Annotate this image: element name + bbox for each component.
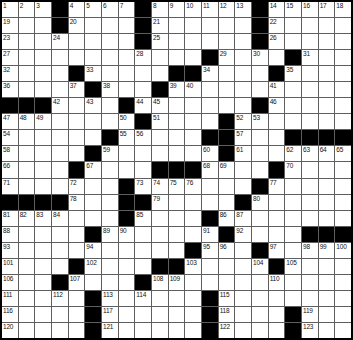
- grid-cell[interactable]: [169, 146, 185, 161]
- grid-cell[interactable]: [152, 66, 168, 81]
- grid-cell[interactable]: 98: [302, 243, 318, 258]
- grid-cell[interactable]: 16: [302, 2, 318, 17]
- grid-cell[interactable]: [252, 307, 268, 322]
- grid-cell[interactable]: [19, 18, 35, 33]
- grid-cell[interactable]: [69, 130, 85, 145]
- grid-cell[interactable]: [169, 195, 185, 210]
- grid-cell[interactable]: [52, 66, 68, 81]
- grid-cell[interactable]: [319, 195, 335, 210]
- grid-cell[interactable]: 107: [69, 275, 85, 290]
- grid-cell[interactable]: 64: [319, 146, 335, 161]
- grid-cell[interactable]: [152, 146, 168, 161]
- grid-cell[interactable]: [319, 291, 335, 306]
- grid-cell[interactable]: 72: [69, 179, 85, 194]
- grid-cell[interactable]: [335, 50, 351, 65]
- grid-cell[interactable]: [52, 227, 68, 242]
- grid-cell[interactable]: 102: [85, 259, 101, 274]
- grid-cell[interactable]: [52, 323, 68, 338]
- grid-cell[interactable]: 76: [185, 179, 201, 194]
- grid-cell[interactable]: [102, 50, 118, 65]
- grid-cell[interactable]: 21: [152, 18, 168, 33]
- grid-cell[interactable]: 11: [202, 2, 218, 17]
- grid-cell[interactable]: 52: [235, 114, 251, 129]
- grid-cell[interactable]: [35, 179, 51, 194]
- grid-cell[interactable]: 45: [152, 98, 168, 113]
- grid-cell[interactable]: 62: [285, 146, 301, 161]
- grid-cell[interactable]: [69, 211, 85, 226]
- grid-cell[interactable]: [35, 227, 51, 242]
- grid-cell[interactable]: [285, 34, 301, 49]
- grid-cell[interactable]: [135, 82, 151, 97]
- grid-cell[interactable]: 86: [219, 211, 235, 226]
- grid-cell[interactable]: [52, 82, 68, 97]
- grid-cell[interactable]: [185, 18, 201, 33]
- grid-cell[interactable]: [219, 18, 235, 33]
- grid-cell[interactable]: [135, 162, 151, 177]
- grid-cell[interactable]: 108: [152, 275, 168, 290]
- grid-cell[interactable]: [19, 82, 35, 97]
- grid-cell[interactable]: [235, 179, 251, 194]
- grid-cell[interactable]: [69, 227, 85, 242]
- grid-cell[interactable]: [202, 82, 218, 97]
- grid-cell[interactable]: [285, 179, 301, 194]
- grid-cell[interactable]: [19, 275, 35, 290]
- grid-cell[interactable]: [252, 146, 268, 161]
- grid-cell[interactable]: [102, 162, 118, 177]
- grid-cell[interactable]: 103: [185, 259, 201, 274]
- grid-cell[interactable]: [185, 98, 201, 113]
- grid-cell[interactable]: [102, 34, 118, 49]
- grid-cell[interactable]: 39: [169, 82, 185, 97]
- grid-cell[interactable]: [185, 275, 201, 290]
- grid-cell[interactable]: [285, 195, 301, 210]
- grid-cell[interactable]: 85: [135, 211, 151, 226]
- grid-cell[interactable]: [169, 243, 185, 258]
- grid-cell[interactable]: [185, 291, 201, 306]
- grid-cell[interactable]: 94: [85, 243, 101, 258]
- grid-cell[interactable]: [119, 162, 135, 177]
- grid-cell[interactable]: 8: [152, 2, 168, 17]
- grid-cell[interactable]: [19, 130, 35, 145]
- grid-cell[interactable]: 9: [169, 2, 185, 17]
- grid-cell[interactable]: [252, 66, 268, 81]
- grid-cell[interactable]: [302, 66, 318, 81]
- grid-cell[interactable]: [152, 227, 168, 242]
- grid-cell[interactable]: [85, 34, 101, 49]
- grid-cell[interactable]: [202, 18, 218, 33]
- grid-cell[interactable]: [302, 162, 318, 177]
- grid-cell[interactable]: 65: [335, 146, 351, 161]
- grid-cell[interactable]: [119, 243, 135, 258]
- grid-cell[interactable]: [119, 259, 135, 274]
- grid-cell[interactable]: 12: [219, 2, 235, 17]
- grid-cell[interactable]: [319, 211, 335, 226]
- grid-cell[interactable]: [185, 34, 201, 49]
- grid-cell[interactable]: [19, 34, 35, 49]
- grid-cell[interactable]: [235, 18, 251, 33]
- grid-cell[interactable]: [35, 34, 51, 49]
- grid-cell[interactable]: 63: [302, 146, 318, 161]
- grid-cell[interactable]: 26: [269, 34, 285, 49]
- grid-cell[interactable]: 110: [269, 275, 285, 290]
- grid-cell[interactable]: 49: [35, 114, 51, 129]
- grid-cell[interactable]: [235, 307, 251, 322]
- grid-cell[interactable]: [285, 227, 301, 242]
- grid-cell[interactable]: [319, 34, 335, 49]
- grid-cell[interactable]: [152, 243, 168, 258]
- grid-cell[interactable]: [269, 227, 285, 242]
- grid-cell[interactable]: [19, 146, 35, 161]
- grid-cell[interactable]: [102, 195, 118, 210]
- grid-cell[interactable]: 90: [119, 227, 135, 242]
- grid-cell[interactable]: 59: [102, 146, 118, 161]
- grid-cell[interactable]: [119, 82, 135, 97]
- grid-cell[interactable]: [102, 243, 118, 258]
- grid-cell[interactable]: [119, 66, 135, 81]
- grid-cell[interactable]: 123: [302, 323, 318, 338]
- grid-cell[interactable]: [19, 179, 35, 194]
- grid-cell[interactable]: 77: [269, 179, 285, 194]
- grid-cell[interactable]: [219, 98, 235, 113]
- grid-cell[interactable]: 30: [252, 50, 268, 65]
- grid-cell[interactable]: [285, 211, 301, 226]
- grid-cell[interactable]: [169, 227, 185, 242]
- grid-cell[interactable]: [102, 179, 118, 194]
- grid-cell[interactable]: 28: [135, 50, 151, 65]
- grid-cell[interactable]: [302, 259, 318, 274]
- grid-cell[interactable]: [119, 146, 135, 161]
- grid-cell[interactable]: [302, 114, 318, 129]
- grid-cell[interactable]: [202, 114, 218, 129]
- grid-cell[interactable]: [285, 18, 301, 33]
- grid-cell[interactable]: 43: [85, 98, 101, 113]
- grid-cell[interactable]: [19, 291, 35, 306]
- grid-cell[interactable]: 68: [202, 162, 218, 177]
- grid-cell[interactable]: [119, 50, 135, 65]
- grid-cell[interactable]: [19, 66, 35, 81]
- grid-cell[interactable]: [202, 259, 218, 274]
- grid-cell[interactable]: [302, 291, 318, 306]
- grid-cell[interactable]: [319, 162, 335, 177]
- grid-cell[interactable]: [52, 243, 68, 258]
- grid-cell[interactable]: [135, 323, 151, 338]
- grid-cell[interactable]: 17: [319, 2, 335, 17]
- grid-cell[interactable]: [185, 227, 201, 242]
- grid-cell[interactable]: [335, 195, 351, 210]
- grid-cell[interactable]: [202, 34, 218, 49]
- grid-cell[interactable]: [219, 179, 235, 194]
- grid-cell[interactable]: [235, 34, 251, 49]
- grid-cell[interactable]: 44: [135, 98, 151, 113]
- grid-cell[interactable]: [219, 34, 235, 49]
- grid-cell[interactable]: 53: [252, 114, 268, 129]
- grid-cell[interactable]: [85, 179, 101, 194]
- grid-cell[interactable]: [302, 98, 318, 113]
- grid-cell[interactable]: 82: [19, 211, 35, 226]
- grid-cell[interactable]: 112: [52, 291, 68, 306]
- grid-cell[interactable]: [52, 179, 68, 194]
- grid-cell[interactable]: 1: [2, 2, 18, 17]
- grid-cell[interactable]: 69: [219, 162, 235, 177]
- grid-cell[interactable]: [35, 307, 51, 322]
- grid-cell[interactable]: [219, 259, 235, 274]
- grid-cell[interactable]: [35, 18, 51, 33]
- grid-cell[interactable]: 48: [19, 114, 35, 129]
- grid-cell[interactable]: [52, 114, 68, 129]
- grid-cell[interactable]: [319, 259, 335, 274]
- grid-cell[interactable]: [152, 307, 168, 322]
- grid-cell[interactable]: [285, 291, 301, 306]
- grid-cell[interactable]: [285, 82, 301, 97]
- grid-cell[interactable]: 6: [102, 2, 118, 17]
- grid-cell[interactable]: 113: [102, 291, 118, 306]
- grid-cell[interactable]: [219, 82, 235, 97]
- grid-cell[interactable]: [335, 291, 351, 306]
- grid-cell[interactable]: [319, 18, 335, 33]
- grid-cell[interactable]: [269, 130, 285, 145]
- grid-cell[interactable]: [169, 130, 185, 145]
- grid-cell[interactable]: [252, 227, 268, 242]
- grid-cell[interactable]: [19, 162, 35, 177]
- grid-cell[interactable]: [335, 18, 351, 33]
- grid-cell[interactable]: [185, 307, 201, 322]
- grid-cell[interactable]: [35, 82, 51, 97]
- grid-cell[interactable]: [285, 98, 301, 113]
- grid-cell[interactable]: [69, 323, 85, 338]
- grid-cell[interactable]: [19, 227, 35, 242]
- grid-cell[interactable]: [152, 130, 168, 145]
- grid-cell[interactable]: 61: [235, 146, 251, 161]
- grid-cell[interactable]: [335, 162, 351, 177]
- grid-cell[interactable]: [235, 98, 251, 113]
- grid-cell[interactable]: [335, 275, 351, 290]
- grid-cell[interactable]: [285, 114, 301, 129]
- grid-cell[interactable]: [235, 259, 251, 274]
- grid-cell[interactable]: [252, 162, 268, 177]
- grid-cell[interactable]: [319, 323, 335, 338]
- grid-cell[interactable]: 75: [169, 179, 185, 194]
- grid-cell[interactable]: 38: [102, 82, 118, 97]
- grid-cell[interactable]: [119, 275, 135, 290]
- grid-cell[interactable]: 57: [235, 130, 251, 145]
- grid-cell[interactable]: [335, 98, 351, 113]
- grid-cell[interactable]: [19, 243, 35, 258]
- grid-cell[interactable]: 111: [2, 291, 18, 306]
- grid-cell[interactable]: 27: [2, 50, 18, 65]
- grid-cell[interactable]: 5: [85, 2, 101, 17]
- grid-cell[interactable]: 18: [335, 2, 351, 17]
- grid-cell[interactable]: 73: [135, 179, 151, 194]
- grid-cell[interactable]: [219, 66, 235, 81]
- grid-cell[interactable]: 34: [202, 66, 218, 81]
- grid-cell[interactable]: 7: [119, 2, 135, 17]
- grid-cell[interactable]: [169, 307, 185, 322]
- grid-cell[interactable]: 121: [102, 323, 118, 338]
- grid-cell[interactable]: [235, 162, 251, 177]
- grid-cell[interactable]: 13: [235, 2, 251, 17]
- grid-cell[interactable]: [285, 243, 301, 258]
- grid-cell[interactable]: [235, 291, 251, 306]
- grid-cell[interactable]: 109: [169, 275, 185, 290]
- grid-cell[interactable]: [102, 259, 118, 274]
- grid-cell[interactable]: [19, 259, 35, 274]
- grid-cell[interactable]: 2: [19, 2, 35, 17]
- grid-cell[interactable]: [85, 114, 101, 129]
- grid-cell[interactable]: [135, 243, 151, 258]
- grid-cell[interactable]: 23: [2, 34, 18, 49]
- grid-cell[interactable]: 25: [152, 34, 168, 49]
- grid-cell[interactable]: [135, 227, 151, 242]
- grid-cell[interactable]: [119, 34, 135, 49]
- grid-cell[interactable]: [185, 323, 201, 338]
- grid-cell[interactable]: [335, 211, 351, 226]
- grid-cell[interactable]: 3: [35, 2, 51, 17]
- grid-cell[interactable]: 120: [2, 323, 18, 338]
- grid-cell[interactable]: [35, 243, 51, 258]
- grid-cell[interactable]: [35, 130, 51, 145]
- grid-cell[interactable]: [19, 323, 35, 338]
- grid-cell[interactable]: [69, 34, 85, 49]
- grid-cell[interactable]: 97: [269, 243, 285, 258]
- grid-cell[interactable]: 87: [235, 211, 251, 226]
- grid-cell[interactable]: [319, 66, 335, 81]
- grid-cell[interactable]: 71: [2, 179, 18, 194]
- grid-cell[interactable]: [69, 114, 85, 129]
- grid-cell[interactable]: [35, 323, 51, 338]
- grid-cell[interactable]: [119, 291, 135, 306]
- grid-cell[interactable]: 96: [219, 243, 235, 258]
- grid-cell[interactable]: [302, 179, 318, 194]
- grid-cell[interactable]: [169, 34, 185, 49]
- grid-cell[interactable]: [335, 259, 351, 274]
- grid-cell[interactable]: [319, 114, 335, 129]
- grid-cell[interactable]: 50: [119, 114, 135, 129]
- grid-cell[interactable]: [269, 146, 285, 161]
- grid-cell[interactable]: [135, 146, 151, 161]
- grid-cell[interactable]: [319, 82, 335, 97]
- grid-cell[interactable]: [69, 98, 85, 113]
- grid-cell[interactable]: [52, 259, 68, 274]
- grid-cell[interactable]: [169, 18, 185, 33]
- grid-cell[interactable]: [52, 146, 68, 161]
- grid-cell[interactable]: [52, 50, 68, 65]
- grid-cell[interactable]: [169, 323, 185, 338]
- grid-cell[interactable]: [302, 211, 318, 226]
- grid-cell[interactable]: 104: [252, 259, 268, 274]
- grid-cell[interactable]: 95: [202, 243, 218, 258]
- grid-cell[interactable]: [235, 66, 251, 81]
- grid-cell[interactable]: [219, 195, 235, 210]
- grid-cell[interactable]: 116: [2, 307, 18, 322]
- grid-cell[interactable]: [69, 243, 85, 258]
- grid-cell[interactable]: [35, 146, 51, 161]
- grid-cell[interactable]: 55: [119, 130, 135, 145]
- grid-cell[interactable]: 14: [269, 2, 285, 17]
- grid-cell[interactable]: [185, 130, 201, 145]
- grid-cell[interactable]: [319, 50, 335, 65]
- grid-cell[interactable]: [52, 307, 68, 322]
- grid-cell[interactable]: [35, 50, 51, 65]
- grid-cell[interactable]: 92: [235, 227, 251, 242]
- grid-cell[interactable]: [285, 275, 301, 290]
- grid-cell[interactable]: 118: [219, 307, 235, 322]
- grid-cell[interactable]: 106: [2, 275, 18, 290]
- grid-cell[interactable]: [269, 211, 285, 226]
- grid-cell[interactable]: [35, 275, 51, 290]
- grid-cell[interactable]: 20: [69, 18, 85, 33]
- grid-cell[interactable]: [235, 243, 251, 258]
- grid-cell[interactable]: 88: [2, 227, 18, 242]
- grid-cell[interactable]: 29: [219, 50, 235, 65]
- grid-cell[interactable]: 100: [335, 243, 351, 258]
- grid-cell[interactable]: 89: [102, 227, 118, 242]
- grid-cell[interactable]: [85, 18, 101, 33]
- grid-cell[interactable]: 36: [2, 82, 18, 97]
- grid-cell[interactable]: [302, 195, 318, 210]
- grid-cell[interactable]: 56: [135, 130, 151, 145]
- grid-cell[interactable]: [252, 323, 268, 338]
- grid-cell[interactable]: [235, 50, 251, 65]
- grid-cell[interactable]: [85, 211, 101, 226]
- grid-cell[interactable]: 40: [185, 82, 201, 97]
- grid-cell[interactable]: [102, 66, 118, 81]
- grid-cell[interactable]: 66: [2, 162, 18, 177]
- grid-cell[interactable]: [85, 195, 101, 210]
- grid-cell[interactable]: 4: [69, 2, 85, 17]
- grid-cell[interactable]: [102, 18, 118, 33]
- grid-cell[interactable]: [152, 291, 168, 306]
- grid-cell[interactable]: [302, 275, 318, 290]
- grid-cell[interactable]: [69, 50, 85, 65]
- grid-cell[interactable]: [152, 50, 168, 65]
- grid-cell[interactable]: [85, 130, 101, 145]
- grid-cell[interactable]: [169, 291, 185, 306]
- grid-cell[interactable]: [219, 275, 235, 290]
- grid-cell[interactable]: [235, 275, 251, 290]
- grid-cell[interactable]: 83: [35, 211, 51, 226]
- grid-cell[interactable]: 79: [152, 195, 168, 210]
- grid-cell[interactable]: [135, 307, 151, 322]
- grid-cell[interactable]: [319, 275, 335, 290]
- grid-cell[interactable]: [85, 275, 101, 290]
- grid-cell[interactable]: [69, 146, 85, 161]
- grid-cell[interactable]: [335, 34, 351, 49]
- grid-cell[interactable]: 10: [185, 2, 201, 17]
- grid-cell[interactable]: [102, 275, 118, 290]
- grid-cell[interactable]: [152, 323, 168, 338]
- grid-cell[interactable]: 19: [2, 18, 18, 33]
- grid-cell[interactable]: 74: [152, 179, 168, 194]
- grid-cell[interactable]: 47: [2, 114, 18, 129]
- grid-cell[interactable]: [235, 323, 251, 338]
- grid-cell[interactable]: 101: [2, 259, 18, 274]
- grid-cell[interactable]: 70: [285, 162, 301, 177]
- grid-cell[interactable]: 41: [269, 82, 285, 97]
- grid-cell[interactable]: [252, 275, 268, 290]
- grid-cell[interactable]: 37: [69, 82, 85, 97]
- grid-cell[interactable]: [302, 82, 318, 97]
- grid-cell[interactable]: [319, 98, 335, 113]
- grid-cell[interactable]: [252, 130, 268, 145]
- grid-cell[interactable]: [202, 179, 218, 194]
- grid-cell[interactable]: 60: [202, 146, 218, 161]
- grid-cell[interactable]: [302, 18, 318, 33]
- grid-cell[interactable]: [35, 259, 51, 274]
- grid-cell[interactable]: 93: [2, 243, 18, 258]
- grid-cell[interactable]: 122: [219, 323, 235, 338]
- grid-cell[interactable]: [35, 66, 51, 81]
- grid-cell[interactable]: [302, 34, 318, 49]
